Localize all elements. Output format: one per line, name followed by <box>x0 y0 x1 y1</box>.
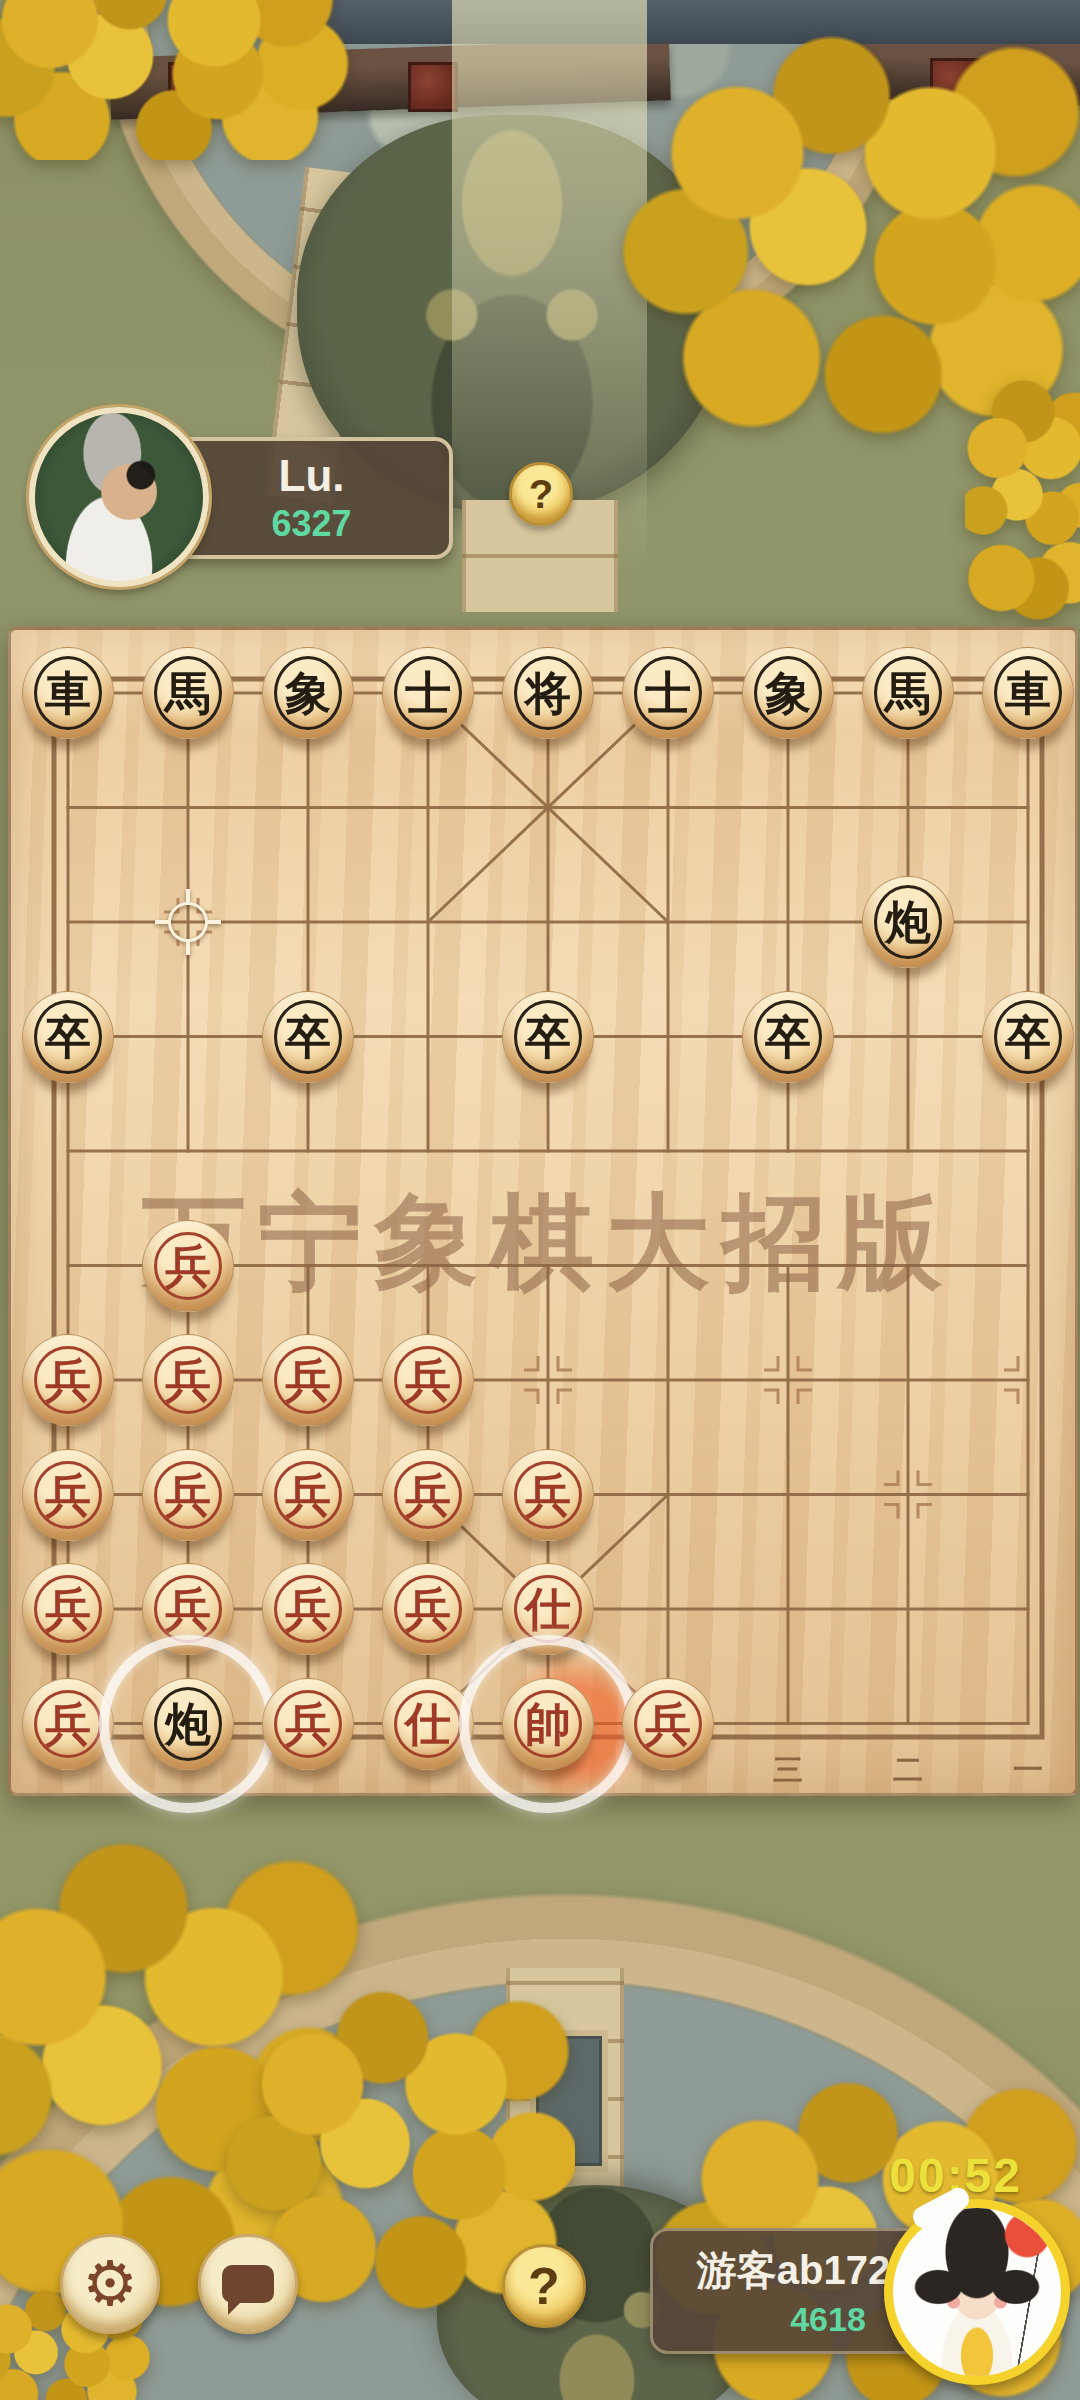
settings-button[interactable]: ⚙ <box>60 2234 160 2334</box>
piece-glyph: 帥 <box>525 1678 571 1770</box>
piece-glyph: 兵 <box>285 1678 331 1770</box>
piece-red-soldier[interactable]: 兵 <box>22 1334 114 1426</box>
piece-glyph: 士 <box>645 647 691 739</box>
top-player-rating: 6327 <box>174 503 449 545</box>
piece-glyph: 兵 <box>525 1449 571 1541</box>
piece-red-soldier[interactable]: 兵 <box>622 1678 714 1770</box>
piece-glyph: 兵 <box>645 1678 691 1770</box>
piece-glyph: 卒 <box>285 991 331 1083</box>
piece-black-cannon[interactable]: 炮 <box>142 1678 234 1770</box>
piece-glyph: 卒 <box>1005 991 1051 1083</box>
piece-black-advisor[interactable]: 士 <box>382 647 474 739</box>
piece-glyph: 卒 <box>525 991 571 1083</box>
piece-glyph: 兵 <box>405 1449 451 1541</box>
piece-black-soldier[interactable]: 卒 <box>22 991 114 1083</box>
piece-glyph: 卒 <box>45 991 91 1083</box>
piece-glyph: 士 <box>405 647 451 739</box>
piece-glyph: 兵 <box>285 1334 331 1426</box>
piece-glyph: 将 <box>525 647 571 739</box>
piece-glyph: 兵 <box>45 1678 91 1770</box>
piece-glyph: 車 <box>1005 647 1051 739</box>
piece-black-elephant[interactable]: 象 <box>742 647 834 739</box>
piece-red-soldier[interactable]: 兵 <box>262 1334 354 1426</box>
piece-red-soldier[interactable]: 兵 <box>382 1334 474 1426</box>
chat-button[interactable] <box>198 2234 298 2334</box>
top-player-name: Lu. <box>174 451 449 501</box>
piece-red-soldier[interactable]: 兵 <box>262 1678 354 1770</box>
foliage-right-strip <box>965 370 1080 630</box>
piece-black-soldier[interactable]: 卒 <box>502 991 594 1083</box>
piece-black-chariot[interactable]: 車 <box>22 647 114 739</box>
piece-glyph: 仕 <box>405 1678 451 1770</box>
piece-black-soldier[interactable]: 卒 <box>742 991 834 1083</box>
bottom-player-avatar[interactable] <box>884 2199 1070 2385</box>
piece-red-soldier[interactable]: 兵 <box>22 1449 114 1541</box>
chat-bubble-icon <box>222 2265 274 2303</box>
piece-red-soldier[interactable]: 兵 <box>262 1449 354 1541</box>
piece-glyph: 兵 <box>45 1449 91 1541</box>
piece-red-soldier[interactable]: 兵 <box>502 1449 594 1541</box>
piece-black-horse[interactable]: 馬 <box>142 647 234 739</box>
piece-glyph: 馬 <box>165 647 211 739</box>
foliage-top-left <box>0 0 350 160</box>
piece-glyph: 象 <box>285 647 331 739</box>
game-screen: 万宁象棋大招版 三 二 一 車馬象士将士象馬車炮卒卒卒卒卒兵兵兵兵兵兵兵兵兵兵兵… <box>0 0 1080 2400</box>
piece-red-soldier[interactable]: 兵 <box>382 1449 474 1541</box>
piece-red-soldier[interactable]: 兵 <box>142 1220 234 1312</box>
crosshair-vertical-tick <box>186 889 190 955</box>
xiangqi-board[interactable]: 万宁象棋大招版 三 二 一 車馬象士将士象馬車炮卒卒卒卒卒兵兵兵兵兵兵兵兵兵兵兵… <box>8 627 1078 1796</box>
piece-glyph: 兵 <box>285 1449 331 1541</box>
piece-glyph: 炮 <box>165 1678 211 1770</box>
piece-black-chariot[interactable]: 車 <box>982 647 1074 739</box>
gear-icon: ⚙ <box>82 2237 138 2331</box>
piece-glyph: 象 <box>765 647 811 739</box>
help-button-bottom[interactable]: ? <box>502 2244 586 2328</box>
top-player-plate: Lu. 6327 <box>170 437 453 559</box>
last-move-crosshair-marker <box>155 889 221 955</box>
pieces-layer: 車馬象士将士象馬車炮卒卒卒卒卒兵兵兵兵兵兵兵兵兵兵兵兵兵兵仕兵炮兵仕帥兵 <box>11 630 1075 1793</box>
piece-glyph: 車 <box>45 647 91 739</box>
piece-glyph: 兵 <box>165 1334 211 1426</box>
piece-glyph: 兵 <box>45 1334 91 1426</box>
piece-black-general[interactable]: 将 <box>502 647 594 739</box>
piece-red-soldier[interactable]: 兵 <box>262 1563 354 1655</box>
piece-glyph: 馬 <box>885 647 931 739</box>
piece-glyph: 炮 <box>885 876 931 968</box>
piece-glyph: 兵 <box>285 1563 331 1655</box>
top-player-avatar[interactable] <box>29 407 209 587</box>
piece-red-soldier[interactable]: 兵 <box>382 1563 474 1655</box>
help-button-top[interactable]: ? <box>509 462 573 526</box>
piece-glyph: 兵 <box>165 1449 211 1541</box>
piece-black-elephant[interactable]: 象 <box>262 647 354 739</box>
piece-red-soldier[interactable]: 兵 <box>22 1563 114 1655</box>
piece-red-general[interactable]: 帥 <box>502 1678 594 1770</box>
piece-black-horse[interactable]: 馬 <box>862 647 954 739</box>
beam-ornament <box>408 62 458 112</box>
piece-glyph: 兵 <box>165 1220 211 1312</box>
piece-red-soldier[interactable]: 兵 <box>142 1449 234 1541</box>
piece-black-advisor[interactable]: 士 <box>622 647 714 739</box>
piece-glyph: 卒 <box>765 991 811 1083</box>
piece-black-soldier[interactable]: 卒 <box>982 991 1074 1083</box>
piece-glyph: 兵 <box>405 1334 451 1426</box>
piece-black-soldier[interactable]: 卒 <box>262 991 354 1083</box>
piece-glyph: 兵 <box>45 1563 91 1655</box>
avatar-girl-illustration <box>893 2208 1061 2376</box>
piece-red-soldier[interactable]: 兵 <box>142 1334 234 1426</box>
piece-black-cannon[interactable]: 炮 <box>862 876 954 968</box>
piece-glyph: 兵 <box>405 1563 451 1655</box>
